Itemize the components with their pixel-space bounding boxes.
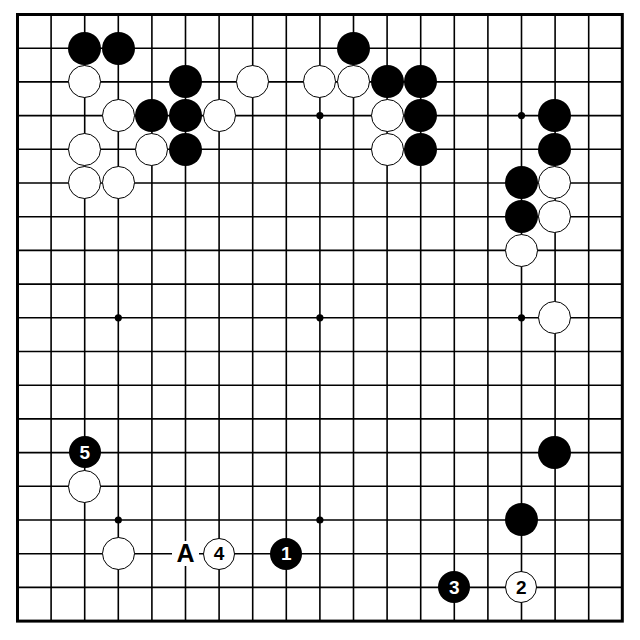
go-board-stones: 12345A (1, 0, 639, 638)
white-stone (135, 133, 168, 166)
black-stone (538, 133, 571, 166)
move-3-stone-black: 3 (438, 571, 470, 603)
move-4-stone-white: 4 (203, 538, 235, 570)
white-stone (68, 133, 101, 166)
white-stone (538, 200, 571, 233)
black-stone (102, 32, 135, 65)
move-5-stone-black: 5 (69, 436, 101, 468)
black-stone (538, 436, 571, 469)
black-stone (169, 133, 202, 166)
white-stone (505, 234, 538, 267)
white-stone (303, 65, 336, 98)
white-stone (203, 99, 236, 132)
black-stone (404, 65, 437, 98)
white-stone (371, 99, 404, 132)
move-1-stone-black: 1 (270, 538, 302, 570)
black-stone (404, 99, 437, 132)
black-stone (371, 65, 404, 98)
black-stone (169, 65, 202, 98)
black-stone (505, 503, 538, 536)
white-stone (102, 166, 135, 199)
white-stone (538, 301, 571, 334)
white-stone (538, 166, 571, 199)
white-stone (102, 99, 135, 132)
black-stone (337, 32, 370, 65)
label-A: A (172, 541, 199, 566)
black-stone (505, 166, 538, 199)
white-stone (68, 166, 101, 199)
go-board[interactable]: 12345A (0, 0, 640, 640)
move-2-stone-white: 2 (505, 571, 537, 603)
white-stone (68, 65, 101, 98)
black-stone (404, 133, 437, 166)
black-stone (505, 200, 538, 233)
white-stone (371, 133, 404, 166)
white-stone (337, 65, 370, 98)
black-stone (68, 32, 101, 65)
white-stone (68, 470, 101, 503)
white-stone (102, 537, 135, 570)
black-stone (169, 99, 202, 132)
black-stone (538, 99, 571, 132)
black-stone (135, 99, 168, 132)
white-stone (236, 65, 269, 98)
